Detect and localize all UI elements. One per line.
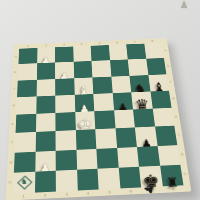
square-c8: ♝ <box>148 74 169 91</box>
square-e4: ♚ <box>75 111 95 130</box>
square-f6 <box>115 128 137 148</box>
square-a2: ♟ <box>37 47 55 63</box>
square-b1 <box>18 63 37 80</box>
square-b7 <box>128 59 148 76</box>
square-c5 <box>92 76 112 93</box>
knight-emblem-icon: ♞ <box>20 179 27 187</box>
coord-label: b <box>14 71 16 74</box>
square-a8 <box>144 43 164 59</box>
square-f2 <box>35 131 55 151</box>
coord-label: c <box>169 81 171 84</box>
offboard-white-piece: ♟ <box>180 1 188 10</box>
square-c2 <box>36 79 55 97</box>
square-h8: ♜ <box>160 165 184 187</box>
coord-label: 8 <box>151 40 153 43</box>
square-a7 <box>126 44 146 60</box>
coord-label: 7 <box>134 40 136 43</box>
square-f7: ♟ <box>135 127 157 147</box>
captured-black-pawn: ♟ <box>143 184 156 196</box>
coord-label: a <box>164 49 166 52</box>
square-c7: ♞ <box>129 75 150 92</box>
square-d6: ♟ <box>112 92 133 110</box>
coord-label: f <box>178 133 180 136</box>
square-b6 <box>110 60 130 77</box>
coord-label: 4 <box>81 43 83 46</box>
coord-label: h <box>184 173 187 177</box>
square-c4: ♝ <box>74 77 94 95</box>
square-d7: ♛ <box>131 91 152 109</box>
square-h1: ♞ <box>13 171 35 193</box>
square-c1 <box>17 79 36 97</box>
coord-label: f <box>11 141 12 144</box>
square-e5 <box>94 110 115 129</box>
coord-label: 2 <box>45 44 47 47</box>
coord-label: 6 <box>116 41 118 44</box>
coord-label: 8 <box>172 187 175 191</box>
coord-label: 3 <box>65 192 68 196</box>
square-g2: ♟ <box>35 150 56 171</box>
square-a4 <box>73 46 92 62</box>
square-d4: ♟ <box>74 94 94 112</box>
square-a3 <box>55 47 73 63</box>
coord-label: e <box>11 122 13 125</box>
square-e6 <box>114 109 135 128</box>
square-d8 <box>150 90 171 108</box>
square-f3 <box>56 130 77 150</box>
coord-label: g <box>181 153 184 157</box>
square-d3 <box>55 95 75 113</box>
square-g3 <box>56 149 77 170</box>
square-d5 <box>93 93 113 111</box>
square-e3 <box>55 112 75 131</box>
coord-label: d <box>172 97 175 100</box>
square-e2 <box>36 113 56 132</box>
square-e8 <box>152 108 174 127</box>
coord-label: g <box>10 161 13 165</box>
coord-label: 5 <box>108 190 111 194</box>
chess-board: ♟♟♝♞♝♟♟♛♚♟♟♞♚♜ 12345678 12345678 abcdefg… <box>6 38 192 200</box>
table-surface: ♟♟♝♞♝♟♟♛♚♟♟♞♚♜ 12345678 12345678 abcdefg… <box>0 0 200 200</box>
square-e1 <box>16 114 36 133</box>
coord-label: d <box>12 104 14 107</box>
coord-label: 1 <box>22 194 25 198</box>
coord-label: e <box>175 115 178 118</box>
square-b4 <box>73 61 92 78</box>
square-f1 <box>15 132 36 152</box>
square-b2 <box>36 63 55 80</box>
board-border: ♟♟♝♞♝♟♟♛♚♟♟♞♚♜ <box>6 38 192 200</box>
square-a1 <box>18 48 37 64</box>
square-c6 <box>111 76 131 93</box>
square-h6 <box>118 167 141 189</box>
coord-label: h <box>9 181 12 185</box>
board-grid: ♟♟♝♞♝♟♟♛♚♟♟♞♚♜ <box>13 43 183 194</box>
square-f8 <box>155 126 178 146</box>
square-g1 <box>14 151 35 172</box>
square-f4 <box>75 129 96 149</box>
square-h4 <box>77 169 99 191</box>
coord-label: 2 <box>44 193 47 197</box>
coord-label: 1 <box>27 45 29 48</box>
square-g6 <box>117 147 139 168</box>
square-e7 <box>133 109 155 128</box>
square-b8 <box>146 58 166 75</box>
board-logo: ♞ <box>17 176 31 189</box>
square-d1 <box>16 96 36 114</box>
coord-label: a <box>15 55 17 58</box>
square-h5 <box>97 168 119 190</box>
square-b5 <box>91 60 110 77</box>
square-b3: ♟ <box>55 62 74 79</box>
square-a6 <box>108 44 127 60</box>
square-g7 <box>137 146 160 167</box>
square-g8 <box>157 145 180 166</box>
coord-label: 5 <box>98 42 100 45</box>
square-a5 <box>91 45 110 61</box>
coord-label: 3 <box>63 43 65 46</box>
coord-label: b <box>167 64 170 67</box>
coord-label: c <box>13 87 15 90</box>
square-c3 <box>55 78 74 96</box>
square-g4 <box>76 149 97 170</box>
square-h3 <box>56 169 78 191</box>
square-d2 <box>36 95 56 113</box>
coord-label: 6 <box>129 189 132 193</box>
coord-label: 4 <box>87 191 90 195</box>
square-h2 <box>34 170 55 192</box>
square-f5 <box>95 129 116 149</box>
square-g5 <box>96 148 118 169</box>
